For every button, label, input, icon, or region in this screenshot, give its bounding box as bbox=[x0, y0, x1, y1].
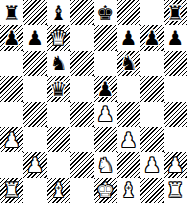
square-b6[interactable] bbox=[23, 51, 46, 76]
white-bishop-icon: ♝ bbox=[117, 178, 140, 203]
square-f3[interactable]: ♟ bbox=[117, 127, 140, 152]
square-d1[interactable] bbox=[70, 178, 93, 203]
square-b4[interactable] bbox=[23, 102, 46, 127]
square-e8[interactable]: ♚ bbox=[94, 0, 117, 25]
square-h2[interactable]: ♟ bbox=[164, 152, 187, 177]
black-knight-icon: ♞ bbox=[47, 51, 70, 76]
black-pawn-icon: ♟ bbox=[140, 25, 163, 50]
square-g6[interactable] bbox=[140, 51, 163, 76]
black-queen-icon: ♛ bbox=[47, 76, 70, 101]
square-d2[interactable] bbox=[70, 152, 93, 177]
square-b1[interactable] bbox=[23, 178, 46, 203]
white-pawn-icon: ♟ bbox=[0, 127, 23, 152]
black-pawn-icon: ♟ bbox=[0, 25, 23, 50]
white-pawn-icon: ♟ bbox=[23, 152, 46, 177]
white-pawn-icon: ♟ bbox=[117, 127, 140, 152]
white-knight-icon: ♞ bbox=[94, 152, 117, 177]
square-c4[interactable] bbox=[47, 102, 70, 127]
square-f2[interactable] bbox=[117, 152, 140, 177]
square-d4[interactable] bbox=[70, 102, 93, 127]
square-e7[interactable] bbox=[94, 25, 117, 50]
square-f1[interactable]: ♝ bbox=[117, 178, 140, 203]
white-bishop-icon: ♝ bbox=[47, 178, 70, 203]
square-c2[interactable] bbox=[47, 152, 70, 177]
black-rook-icon: ♜ bbox=[0, 0, 23, 25]
square-c7[interactable]: ♛ bbox=[47, 25, 70, 50]
square-c1[interactable]: ♝ bbox=[47, 178, 70, 203]
square-f6[interactable]: ♞ bbox=[117, 51, 140, 76]
chess-board: ♜♝♚♜♟♟♛♟♟♟♞♞♛♟♟♟♟♟♞♟♟♜♝♚♝♜ bbox=[0, 0, 187, 203]
square-c8[interactable]: ♝ bbox=[47, 0, 70, 25]
square-d5[interactable] bbox=[70, 76, 93, 101]
square-g2[interactable]: ♟ bbox=[140, 152, 163, 177]
square-h8[interactable]: ♜ bbox=[164, 0, 187, 25]
square-e6[interactable] bbox=[94, 51, 117, 76]
square-f4[interactable] bbox=[117, 102, 140, 127]
square-e5[interactable]: ♟ bbox=[94, 76, 117, 101]
square-g1[interactable] bbox=[140, 178, 163, 203]
square-a3[interactable]: ♟ bbox=[0, 127, 23, 152]
white-pawn-icon: ♟ bbox=[94, 102, 117, 127]
square-d6[interactable] bbox=[70, 51, 93, 76]
square-d3[interactable] bbox=[70, 127, 93, 152]
square-b3[interactable] bbox=[23, 127, 46, 152]
square-a1[interactable]: ♜ bbox=[0, 178, 23, 203]
black-pawn-icon: ♟ bbox=[117, 25, 140, 50]
square-a6[interactable] bbox=[0, 51, 23, 76]
square-h6[interactable] bbox=[164, 51, 187, 76]
square-e1[interactable]: ♚ bbox=[94, 178, 117, 203]
black-knight-icon: ♞ bbox=[117, 51, 140, 76]
square-c3[interactable] bbox=[47, 127, 70, 152]
square-b5[interactable] bbox=[23, 76, 46, 101]
white-rook-icon: ♜ bbox=[164, 178, 187, 203]
square-d7[interactable] bbox=[70, 25, 93, 50]
square-h5[interactable] bbox=[164, 76, 187, 101]
white-pawn-icon: ♟ bbox=[140, 152, 163, 177]
square-d8[interactable] bbox=[70, 0, 93, 25]
square-a2[interactable] bbox=[0, 152, 23, 177]
square-g3[interactable] bbox=[140, 127, 163, 152]
white-queen-icon: ♛ bbox=[47, 25, 70, 50]
black-bishop-icon: ♝ bbox=[47, 0, 70, 25]
square-a8[interactable]: ♜ bbox=[0, 0, 23, 25]
square-g7[interactable]: ♟ bbox=[140, 25, 163, 50]
square-b8[interactable] bbox=[23, 0, 46, 25]
square-f7[interactable]: ♟ bbox=[117, 25, 140, 50]
square-c6[interactable]: ♞ bbox=[47, 51, 70, 76]
black-pawn-icon: ♟ bbox=[164, 25, 187, 50]
square-h7[interactable]: ♟ bbox=[164, 25, 187, 50]
square-h4[interactable] bbox=[164, 102, 187, 127]
square-h3[interactable] bbox=[164, 127, 187, 152]
white-rook-icon: ♜ bbox=[0, 178, 23, 203]
square-c5[interactable]: ♛ bbox=[47, 76, 70, 101]
square-f5[interactable] bbox=[117, 76, 140, 101]
square-a4[interactable] bbox=[0, 102, 23, 127]
black-pawn-icon: ♟ bbox=[23, 25, 46, 50]
square-g5[interactable] bbox=[140, 76, 163, 101]
black-rook-icon: ♜ bbox=[164, 0, 187, 25]
square-b2[interactable]: ♟ bbox=[23, 152, 46, 177]
square-h1[interactable]: ♜ bbox=[164, 178, 187, 203]
square-g8[interactable] bbox=[140, 0, 163, 25]
square-g4[interactable] bbox=[140, 102, 163, 127]
square-e3[interactable] bbox=[94, 127, 117, 152]
square-b7[interactable]: ♟ bbox=[23, 25, 46, 50]
square-e2[interactable]: ♞ bbox=[94, 152, 117, 177]
black-pawn-icon: ♟ bbox=[94, 76, 117, 101]
square-a7[interactable]: ♟ bbox=[0, 25, 23, 50]
square-e4[interactable]: ♟ bbox=[94, 102, 117, 127]
square-f8[interactable] bbox=[117, 0, 140, 25]
white-king-icon: ♚ bbox=[94, 178, 117, 203]
white-pawn-icon: ♟ bbox=[164, 152, 187, 177]
square-a5[interactable] bbox=[0, 76, 23, 101]
black-king-icon: ♚ bbox=[94, 0, 117, 25]
